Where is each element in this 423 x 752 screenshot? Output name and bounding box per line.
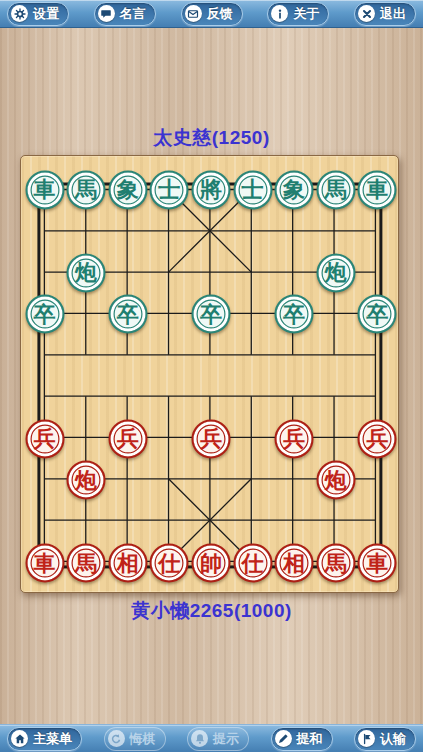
piece-red-advisor[interactable]: 仕: [150, 544, 189, 583]
piece-red-elephant[interactable]: 相: [108, 544, 147, 583]
main-menu-label: 主菜单: [33, 730, 72, 748]
piece-red-cannon[interactable]: 炮: [67, 461, 106, 500]
resign-label: 认输: [380, 730, 406, 748]
exit-label: 退出: [380, 5, 406, 23]
piece-red-horse[interactable]: 馬: [316, 544, 355, 583]
piece-red-soldier[interactable]: 兵: [275, 419, 314, 458]
piece-red-soldier[interactable]: 兵: [25, 419, 64, 458]
piece-black-advisor[interactable]: 士: [150, 170, 189, 209]
piece-black-elephant[interactable]: 象: [275, 170, 314, 209]
piece-black-chariot[interactable]: 車: [25, 170, 64, 209]
top-toolbar: 设置名言反馈关于退出: [0, 0, 423, 28]
piece-red-chariot[interactable]: 車: [25, 544, 64, 583]
piece-red-horse[interactable]: 馬: [67, 544, 106, 583]
piece-black-horse[interactable]: 馬: [316, 170, 355, 209]
hint-button: 提示: [187, 727, 249, 751]
resign-button[interactable]: 认输: [354, 727, 416, 751]
hint-label: 提示: [213, 730, 239, 748]
piece-black-soldier[interactable]: 卒: [275, 295, 314, 334]
xiangqi-board[interactable]: 車馬象士將士象馬車炮炮卒卒卒卒卒兵兵兵兵兵炮炮車馬相仕帥仕相馬車: [20, 155, 399, 593]
flag-icon: [358, 730, 375, 747]
piece-black-cannon[interactable]: 炮: [67, 253, 106, 292]
piece-black-general[interactable]: 將: [191, 170, 230, 209]
about-label: 关于: [293, 5, 319, 23]
offer-draw-button[interactable]: 提和: [271, 727, 333, 751]
main-menu-button[interactable]: 主菜单: [7, 727, 82, 751]
piece-red-soldier[interactable]: 兵: [358, 419, 397, 458]
settings-label: 设置: [33, 5, 59, 23]
piece-black-advisor[interactable]: 士: [233, 170, 272, 209]
player-name-label: 黄小懒2265(1000): [0, 600, 423, 622]
undo-icon: [108, 730, 125, 747]
app-screen: 设置名言反馈关于退出 太史慈(1250) 車馬象士將士象馬車炮炮卒卒卒卒卒兵兵兵…: [0, 0, 423, 752]
feedback-label: 反馈: [207, 5, 233, 23]
piece-red-soldier[interactable]: 兵: [191, 419, 230, 458]
piece-black-soldier[interactable]: 卒: [191, 295, 230, 334]
piece-black-elephant[interactable]: 象: [108, 170, 147, 209]
piece-red-chariot[interactable]: 車: [358, 544, 397, 583]
piece-red-elephant[interactable]: 相: [275, 544, 314, 583]
feedback-button[interactable]: 反馈: [181, 2, 243, 26]
piece-red-general[interactable]: 帥: [191, 544, 230, 583]
piece-black-soldier[interactable]: 卒: [108, 295, 147, 334]
piece-black-horse[interactable]: 馬: [67, 170, 106, 209]
speech-icon: [98, 5, 115, 22]
gear-icon: [11, 5, 28, 22]
quotes-label: 名言: [120, 5, 146, 23]
close-icon: [358, 5, 375, 22]
mail-icon: [185, 5, 202, 22]
about-button[interactable]: 关于: [267, 2, 329, 26]
piece-black-soldier[interactable]: 卒: [25, 295, 64, 334]
offer-draw-label: 提和: [297, 730, 323, 748]
settings-button[interactable]: 设置: [7, 2, 69, 26]
piece-red-cannon[interactable]: 炮: [316, 461, 355, 500]
exit-button[interactable]: 退出: [354, 2, 416, 26]
bell-icon: [191, 730, 208, 747]
piece-black-chariot[interactable]: 車: [358, 170, 397, 209]
info-icon: [271, 5, 288, 22]
undo-move-label: 悔棋: [130, 730, 156, 748]
piece-red-advisor[interactable]: 仕: [233, 544, 272, 583]
home-icon: [11, 730, 28, 747]
piece-black-soldier[interactable]: 卒: [358, 295, 397, 334]
board-grid: [21, 156, 398, 592]
pencil-icon: [275, 730, 292, 747]
undo-move-button: 悔棋: [104, 727, 166, 751]
bottom-toolbar: 主菜单悔棋提示提和认输: [0, 724, 423, 752]
piece-red-soldier[interactable]: 兵: [108, 419, 147, 458]
opponent-name-label: 太史慈(1250): [0, 127, 423, 149]
piece-black-cannon[interactable]: 炮: [316, 253, 355, 292]
quotes-button[interactable]: 名言: [94, 2, 156, 26]
